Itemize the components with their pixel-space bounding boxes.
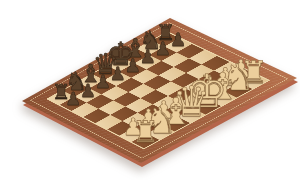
chess-board	[22, 18, 297, 163]
board-stack: ♜♞♝♛♚♝♞♜♟♟♟♟♟♟♟♟♟♟♟♟♟♟♟♟♜♞♝♛♚♝♞♜	[0, 0, 300, 180]
chess-set-photo: ♜♞♝♛♚♝♞♜♟♟♟♟♟♟♟♟♟♟♟♟♟♟♟♟♜♞♝♛♚♝♞♜	[0, 0, 300, 180]
